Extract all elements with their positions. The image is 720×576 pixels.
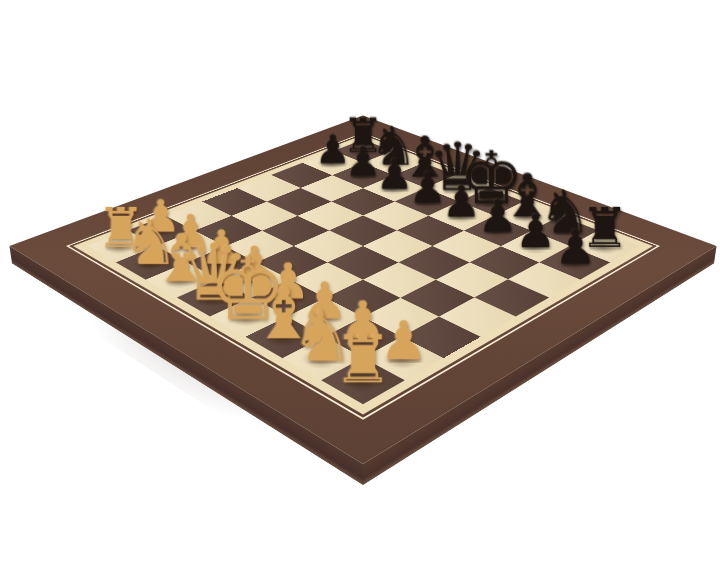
square-h1[interactable]: ♜ <box>321 358 404 404</box>
board-frame: ♜♞♝♛♚♝♞♜♟♟♟♟♟♟♟♟♟♟♟♟♟♟♟♟♜♞♝♛♚♝♞♜ <box>9 115 716 463</box>
square-h4[interactable] <box>439 298 515 337</box>
chess-set-photo: ♜♞♝♛♚♝♞♜♟♟♟♟♟♟♟♟♟♟♟♟♟♟♟♟♜♞♝♛♚♝♞♜ <box>0 0 720 576</box>
perspective-stage: ♜♞♝♛♚♝♞♜♟♟♟♟♟♟♟♟♟♟♟♟♟♟♟♟♜♞♝♛♚♝♞♜ <box>0 0 720 576</box>
board-inlay-line: ♜♞♝♛♚♝♞♜♟♟♟♟♟♟♟♟♟♟♟♟♟♟♟♟♜♞♝♛♚♝♞♜ <box>66 133 660 420</box>
black-pawn-g7[interactable]: ♟ <box>515 208 556 254</box>
chess-board: ♜♞♝♛♚♝♞♜♟♟♟♟♟♟♟♟♟♟♟♟♟♟♟♟♜♞♝♛♚♝♞♜ <box>9 115 716 463</box>
